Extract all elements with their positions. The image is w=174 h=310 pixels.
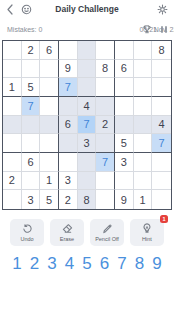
- cell-r6c9[interactable]: 7: [152, 134, 171, 153]
- cell-r8c1[interactable]: 2: [3, 172, 22, 191]
- hint-button[interactable]: 1 Hint: [130, 219, 164, 246]
- cell-r7c6[interactable]: 7: [96, 153, 115, 172]
- cell-r4c2[interactable]: 7: [22, 97, 41, 116]
- settings-gear-icon[interactable]: [157, 4, 168, 15]
- cell-r6c1[interactable]: [3, 134, 22, 153]
- numpad-8[interactable]: 8: [132, 254, 148, 274]
- cell-r4c4[interactable]: [59, 97, 78, 116]
- toolbar: Undo Erase Pencil Off 1 Hint: [0, 219, 174, 246]
- cell-r3c2[interactable]: 5: [22, 78, 41, 97]
- cell-r8c3[interactable]: 1: [40, 172, 59, 191]
- cell-r1c1[interactable]: [3, 41, 22, 60]
- cell-r7c9[interactable]: [152, 153, 171, 172]
- cell-r6c4[interactable]: [59, 134, 78, 153]
- cell-r2c3[interactable]: [40, 60, 59, 79]
- undo-icon: [22, 224, 33, 234]
- cell-r2c6[interactable]: 8: [96, 60, 115, 79]
- pencil-icon: [102, 224, 113, 234]
- cell-r3c5[interactable]: [78, 78, 97, 97]
- numpad-3[interactable]: 3: [44, 254, 60, 274]
- cell-r8c6[interactable]: [96, 172, 115, 191]
- pencil-label: Pencil Off: [95, 236, 119, 242]
- cell-r2c9[interactable]: [152, 60, 171, 79]
- cell-r4c9[interactable]: [152, 97, 171, 116]
- cell-r5c4[interactable]: 6: [59, 116, 78, 135]
- numpad-7[interactable]: 7: [114, 254, 130, 274]
- cell-r3c3[interactable]: [40, 78, 59, 97]
- numpad-4[interactable]: 4: [62, 254, 78, 274]
- cell-r4c3[interactable]: [40, 97, 59, 116]
- cell-r5c8[interactable]: [134, 116, 153, 135]
- cell-r3c9[interactable]: [152, 78, 171, 97]
- cell-r9c3[interactable]: 5: [40, 190, 59, 209]
- timer-label: 00:21: [139, 26, 157, 33]
- cell-r6c5[interactable]: 3: [78, 134, 97, 153]
- cell-r5c1[interactable]: [3, 116, 22, 135]
- cell-r4c1[interactable]: [3, 97, 22, 116]
- cell-r9c8[interactable]: 1: [134, 190, 153, 209]
- undo-label: Undo: [20, 236, 33, 242]
- numpad-5[interactable]: 5: [79, 254, 95, 274]
- cell-r1c7[interactable]: [115, 41, 134, 60]
- cell-r8c2[interactable]: [22, 172, 41, 191]
- cell-r1c2[interactable]: 2: [22, 41, 41, 60]
- cell-r4c8[interactable]: [134, 97, 153, 116]
- cell-r7c5[interactable]: [78, 153, 97, 172]
- cell-r6c6[interactable]: [96, 134, 115, 153]
- cell-r4c5[interactable]: 4: [78, 97, 97, 116]
- sudoku-board: 268986157746724357673213352891: [2, 40, 172, 210]
- smiley-icon[interactable]: [21, 4, 32, 15]
- pencil-toggle-button[interactable]: Pencil Off: [90, 219, 124, 246]
- cell-r7c7[interactable]: 3: [115, 153, 134, 172]
- cell-r3c4[interactable]: 7: [59, 78, 78, 97]
- cell-r1c3[interactable]: 6: [40, 41, 59, 60]
- cell-r7c8[interactable]: [134, 153, 153, 172]
- numpad-9[interactable]: 9: [149, 254, 165, 274]
- cell-r1c9[interactable]: 8: [152, 41, 171, 60]
- cell-r8c8[interactable]: [134, 172, 153, 191]
- cell-r2c1[interactable]: [3, 60, 22, 79]
- numpad-2[interactable]: 2: [27, 254, 43, 274]
- cell-r9c7[interactable]: 9: [115, 190, 134, 209]
- cell-r9c9[interactable]: [152, 190, 171, 209]
- cell-r9c6[interactable]: [96, 190, 115, 209]
- cell-r9c2[interactable]: 3: [22, 190, 41, 209]
- cell-r1c4[interactable]: [59, 41, 78, 60]
- back-icon[interactable]: [6, 4, 14, 15]
- cell-r9c5[interactable]: 8: [78, 190, 97, 209]
- cell-r3c6[interactable]: [96, 78, 115, 97]
- cell-r5c6[interactable]: 2: [96, 116, 115, 135]
- cell-r2c8[interactable]: [134, 60, 153, 79]
- erase-label: Erase: [60, 236, 74, 242]
- cell-r1c8[interactable]: [134, 41, 153, 60]
- cell-r1c6[interactable]: [96, 41, 115, 60]
- cell-r5c7[interactable]: [115, 116, 134, 135]
- cell-r8c7[interactable]: [115, 172, 134, 191]
- cell-r7c1[interactable]: [3, 153, 22, 172]
- cell-r7c2[interactable]: 6: [22, 153, 41, 172]
- cell-r6c3[interactable]: [40, 134, 59, 153]
- hint-badge: 1: [160, 215, 168, 223]
- status-bar: Mistakes: 0 Nov. 22 00:21: [0, 21, 174, 37]
- pause-icon[interactable]: [161, 26, 167, 33]
- cell-r2c7[interactable]: 6: [115, 60, 134, 79]
- cell-r9c4[interactable]: 2: [59, 190, 78, 209]
- eraser-icon: [62, 224, 73, 234]
- cell-r2c4[interactable]: 9: [59, 60, 78, 79]
- hint-label: Hint: [142, 236, 152, 242]
- numpad-1[interactable]: 1: [9, 254, 25, 274]
- cell-r7c4[interactable]: [59, 153, 78, 172]
- cell-r6c2[interactable]: [22, 134, 41, 153]
- cell-r5c2[interactable]: [22, 116, 41, 135]
- cell-r7c3[interactable]: [40, 153, 59, 172]
- cell-r3c7[interactable]: [115, 78, 134, 97]
- undo-button[interactable]: Undo: [10, 219, 44, 246]
- cell-r6c7[interactable]: 5: [115, 134, 134, 153]
- cell-r8c5[interactable]: [78, 172, 97, 191]
- cell-r9c1[interactable]: [3, 190, 22, 209]
- mistakes-label: Mistakes: 0: [7, 26, 42, 33]
- cell-r5c3[interactable]: [40, 116, 59, 135]
- header-bar: Daily Challenge: [0, 0, 174, 18]
- numpad: 123456789: [0, 254, 174, 274]
- cell-r3c8[interactable]: [134, 78, 153, 97]
- cell-r5c5[interactable]: 7: [78, 116, 97, 135]
- cell-r3c1[interactable]: 1: [3, 78, 22, 97]
- cell-r5c9[interactable]: 4: [152, 116, 171, 135]
- bulb-icon: [142, 223, 152, 234]
- cell-r2c2[interactable]: [22, 60, 41, 79]
- cell-r2c5[interactable]: [78, 60, 97, 79]
- cell-r4c7[interactable]: [115, 97, 134, 116]
- cell-r4c6[interactable]: [96, 97, 115, 116]
- cell-r8c9[interactable]: [152, 172, 171, 191]
- cell-r1c5[interactable]: [78, 41, 97, 60]
- cell-r6c8[interactable]: [134, 134, 153, 153]
- numpad-6[interactable]: 6: [97, 254, 113, 274]
- erase-button[interactable]: Erase: [50, 219, 84, 246]
- cell-r8c4[interactable]: 3: [59, 172, 78, 191]
